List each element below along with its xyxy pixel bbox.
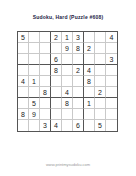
sudoku-cell-r2c1 bbox=[18, 43, 29, 54]
sudoku-cell-r9c9 bbox=[106, 120, 117, 131]
sudoku-cell-r7c6 bbox=[73, 98, 84, 109]
sudoku-cell-r1c4: 2 bbox=[51, 32, 62, 43]
page-title: Sudoku, Hard (Puzzle #608) bbox=[0, 14, 136, 20]
sudoku-cell-r8c8 bbox=[95, 109, 106, 120]
sudoku-cell-r5c1: 4 bbox=[18, 76, 29, 87]
sudoku-cell-r4c2 bbox=[29, 65, 40, 76]
sudoku-cell-r3c4: 6 bbox=[51, 54, 62, 65]
sudoku-cell-r6c6 bbox=[73, 87, 84, 98]
sudoku-cell-r8c1: 8 bbox=[18, 109, 29, 120]
sudoku-cell-r7c1 bbox=[18, 98, 29, 109]
sudoku-cell-r6c8: 2 bbox=[95, 87, 106, 98]
sudoku-cell-r1c8 bbox=[95, 32, 106, 43]
sudoku-cell-r1c2 bbox=[29, 32, 40, 43]
sudoku-cell-r1c1: 5 bbox=[18, 32, 29, 43]
sudoku-cell-r7c2: 5 bbox=[29, 98, 40, 109]
sudoku-cell-r9c5 bbox=[62, 120, 73, 131]
sudoku-cell-r3c3 bbox=[40, 54, 51, 65]
sudoku-cell-r8c9 bbox=[106, 109, 117, 120]
sudoku-cell-r3c8 bbox=[95, 54, 106, 65]
sudoku-cell-r7c8 bbox=[95, 98, 106, 109]
sudoku-cell-r2c6: 8 bbox=[73, 43, 84, 54]
sudoku-cell-r6c9 bbox=[106, 87, 117, 98]
sudoku-cell-r3c5 bbox=[62, 54, 73, 65]
sudoku-cell-r8c2: 9 bbox=[29, 109, 40, 120]
sudoku-cell-r7c9 bbox=[106, 98, 117, 109]
footer-url: www.printmysudoku.com bbox=[0, 162, 136, 167]
sudoku-cell-r9c6: 6 bbox=[73, 120, 84, 131]
sudoku-cell-r6c1 bbox=[18, 87, 29, 98]
sudoku-cell-r1c9: 4 bbox=[106, 32, 117, 43]
sudoku-cell-r5c4 bbox=[51, 76, 62, 87]
sudoku-cell-r5c3 bbox=[40, 76, 51, 87]
sudoku-cell-r5c9 bbox=[106, 76, 117, 87]
sudoku-cell-r8c3 bbox=[40, 109, 51, 120]
sudoku-cell-r9c7 bbox=[84, 120, 95, 131]
sudoku-cell-r4c4: 8 bbox=[51, 65, 62, 76]
sudoku-board: 5213498263824418842581893465 bbox=[17, 31, 118, 132]
sudoku-cell-r2c4 bbox=[51, 43, 62, 54]
sudoku-cell-r6c7 bbox=[84, 87, 95, 98]
sudoku-cell-r2c8 bbox=[95, 43, 106, 54]
sudoku-cell-r4c1 bbox=[18, 65, 29, 76]
sudoku-cell-r7c3 bbox=[40, 98, 51, 109]
sudoku-cell-r4c5 bbox=[62, 65, 73, 76]
sudoku-cell-r6c3: 8 bbox=[40, 87, 51, 98]
sudoku-cell-r5c5 bbox=[62, 76, 73, 87]
sudoku-cell-r1c6: 3 bbox=[73, 32, 84, 43]
sudoku-cell-r2c7: 2 bbox=[84, 43, 95, 54]
sudoku-cell-r4c7: 4 bbox=[84, 65, 95, 76]
sudoku-cell-r9c4: 4 bbox=[51, 120, 62, 131]
sudoku-cell-r3c6 bbox=[73, 54, 84, 65]
sudoku-cell-r8c4 bbox=[51, 109, 62, 120]
sudoku-cell-r6c5: 4 bbox=[62, 87, 73, 98]
sudoku-cell-r7c4 bbox=[51, 98, 62, 109]
sudoku-cell-r2c2 bbox=[29, 43, 40, 54]
sudoku-cell-r9c1 bbox=[18, 120, 29, 131]
sudoku-cell-r7c7: 1 bbox=[84, 98, 95, 109]
sudoku-cell-r9c2 bbox=[29, 120, 40, 131]
sudoku-cell-r4c8 bbox=[95, 65, 106, 76]
sudoku-cell-r5c6 bbox=[73, 76, 84, 87]
sudoku-cell-r5c7: 8 bbox=[84, 76, 95, 87]
sudoku-cell-r8c6 bbox=[73, 109, 84, 120]
sudoku-cell-r3c9: 3 bbox=[106, 54, 117, 65]
sudoku-cell-r6c2 bbox=[29, 87, 40, 98]
sudoku-cell-r2c9 bbox=[106, 43, 117, 54]
sudoku-cell-r6c4 bbox=[51, 87, 62, 98]
sudoku-cell-r5c2: 1 bbox=[29, 76, 40, 87]
sudoku-cell-r1c7 bbox=[84, 32, 95, 43]
sudoku-cell-r8c7 bbox=[84, 109, 95, 120]
sudoku-cell-r3c2 bbox=[29, 54, 40, 65]
sudoku-cell-r3c1 bbox=[18, 54, 29, 65]
sudoku-cell-r7c5: 8 bbox=[62, 98, 73, 109]
sudoku-cell-r4c9 bbox=[106, 65, 117, 76]
sudoku-cell-r9c3: 3 bbox=[40, 120, 51, 131]
sudoku-cell-r2c5: 9 bbox=[62, 43, 73, 54]
sudoku-cell-r3c7 bbox=[84, 54, 95, 65]
sudoku-cell-r1c5: 1 bbox=[62, 32, 73, 43]
sudoku-cell-r5c8 bbox=[95, 76, 106, 87]
sudoku-cell-r1c3 bbox=[40, 32, 51, 43]
sudoku-cell-r4c3 bbox=[40, 65, 51, 76]
sudoku-cell-r4c6: 2 bbox=[73, 65, 84, 76]
sudoku-cell-r2c3 bbox=[40, 43, 51, 54]
sudoku-cell-r8c5 bbox=[62, 109, 73, 120]
sudoku-cell-r9c8: 5 bbox=[95, 120, 106, 131]
